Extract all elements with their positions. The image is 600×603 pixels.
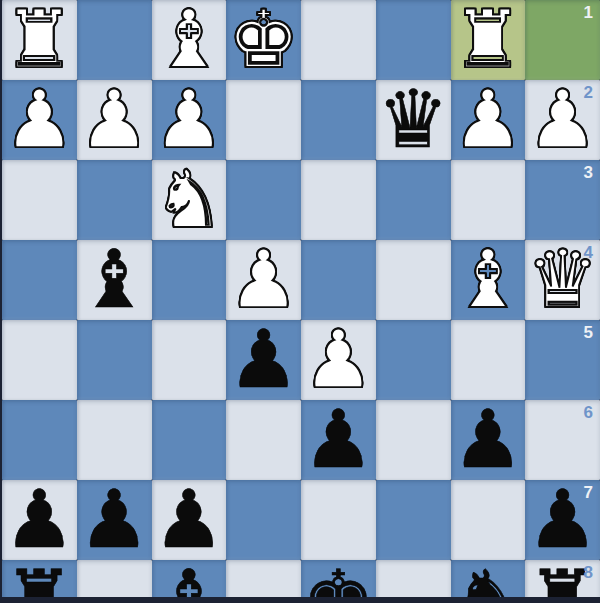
square-f4[interactable]	[152, 240, 227, 320]
square-b7[interactable]	[451, 480, 526, 560]
piece-black-pawn[interactable]: ♟	[4, 480, 76, 560]
square-g3[interactable]	[77, 160, 152, 240]
square-e4[interactable]: ♟	[226, 240, 301, 320]
square-d5[interactable]: ♟	[301, 320, 376, 400]
piece-black-pawn[interactable]: ♟	[78, 480, 150, 560]
square-b2[interactable]: ♟	[451, 80, 526, 160]
piece-white-pawn[interactable]: ♟	[452, 80, 524, 160]
piece-white-rook[interactable]: ♜	[4, 0, 76, 80]
square-c7[interactable]	[376, 480, 451, 560]
piece-black-queen[interactable]: ♛	[377, 80, 449, 160]
square-a3[interactable]: 3	[525, 160, 600, 240]
square-e2[interactable]	[226, 80, 301, 160]
rank-label-3: 3	[584, 164, 593, 181]
square-d2[interactable]	[301, 80, 376, 160]
square-b6[interactable]: ♟	[451, 400, 526, 480]
square-f7[interactable]: ♟	[152, 480, 227, 560]
square-h5[interactable]	[2, 320, 77, 400]
square-d1[interactable]	[301, 0, 376, 80]
piece-white-knight[interactable]: ♞	[153, 160, 225, 240]
square-e3[interactable]	[226, 160, 301, 240]
square-f5[interactable]	[152, 320, 227, 400]
piece-black-pawn[interactable]: ♟	[303, 400, 375, 480]
square-b5[interactable]	[451, 320, 526, 400]
square-a5[interactable]: 5	[525, 320, 600, 400]
piece-white-bishop[interactable]: ♝	[452, 240, 524, 320]
square-h2[interactable]: ♟	[2, 80, 77, 160]
square-f2[interactable]: ♟	[152, 80, 227, 160]
square-a4[interactable]: ♛4	[525, 240, 600, 320]
square-b4[interactable]: ♝	[451, 240, 526, 320]
piece-black-pawn[interactable]: ♟	[153, 480, 225, 560]
piece-white-pawn[interactable]: ♟	[4, 80, 76, 160]
board-bottom-edge	[0, 597, 600, 603]
square-c2[interactable]: ♛	[376, 80, 451, 160]
square-h7[interactable]: ♟	[2, 480, 77, 560]
square-e6[interactable]	[226, 400, 301, 480]
square-h4[interactable]	[2, 240, 77, 320]
piece-white-rook[interactable]: ♜	[452, 0, 524, 80]
piece-white-pawn[interactable]: ♟	[153, 80, 225, 160]
square-c3[interactable]	[376, 160, 451, 240]
square-g5[interactable]	[77, 320, 152, 400]
square-e1[interactable]: ♚	[226, 0, 301, 80]
rank-label-7: 7	[584, 484, 593, 501]
square-c1[interactable]	[376, 0, 451, 80]
rank-label-1: 1	[584, 4, 593, 21]
rank-label-8: 8	[584, 564, 593, 581]
rank-label-6: 6	[584, 404, 593, 421]
square-b3[interactable]	[451, 160, 526, 240]
square-d7[interactable]	[301, 480, 376, 560]
square-a1[interactable]: 1	[525, 0, 600, 80]
square-g2[interactable]: ♟	[77, 80, 152, 160]
piece-white-pawn[interactable]: ♟	[78, 80, 150, 160]
chess-board: ♜♝♚♜1♟♟♟♛♟♟2♞3♝♟♝♛4♟♟5♟♟6♟♟♟♟7♜hg♝fe♚dc♞…	[2, 0, 600, 597]
square-f6[interactable]	[152, 400, 227, 480]
square-a2[interactable]: ♟2	[525, 80, 600, 160]
square-a6[interactable]: 6	[525, 400, 600, 480]
square-e7[interactable]	[226, 480, 301, 560]
square-c4[interactable]	[376, 240, 451, 320]
piece-black-bishop[interactable]: ♝	[78, 240, 150, 320]
square-b1[interactable]: ♜	[451, 0, 526, 80]
square-c6[interactable]	[376, 400, 451, 480]
piece-white-bishop[interactable]: ♝	[153, 0, 225, 80]
piece-black-pawn[interactable]: ♟	[228, 320, 300, 400]
square-c5[interactable]	[376, 320, 451, 400]
piece-black-pawn[interactable]: ♟	[452, 400, 524, 480]
square-g7[interactable]: ♟	[77, 480, 152, 560]
square-d6[interactable]: ♟	[301, 400, 376, 480]
square-g4[interactable]: ♝	[77, 240, 152, 320]
square-d3[interactable]	[301, 160, 376, 240]
piece-white-king[interactable]: ♚	[228, 0, 300, 80]
square-f1[interactable]: ♝	[152, 0, 227, 80]
square-h3[interactable]	[2, 160, 77, 240]
square-d4[interactable]	[301, 240, 376, 320]
chess-app-window: ♜♝♚♜1♟♟♟♛♟♟2♞3♝♟♝♛4♟♟5♟♟6♟♟♟♟7♜hg♝fe♚dc♞…	[0, 0, 600, 603]
rank-label-4: 4	[584, 244, 593, 261]
square-f3[interactable]: ♞	[152, 160, 227, 240]
rank-label-2: 2	[584, 84, 593, 101]
square-g1[interactable]	[77, 0, 152, 80]
piece-white-pawn[interactable]: ♟	[228, 240, 300, 320]
square-h1[interactable]: ♜	[2, 0, 77, 80]
square-g6[interactable]	[77, 400, 152, 480]
square-h6[interactable]	[2, 400, 77, 480]
square-a7[interactable]: ♟7	[525, 480, 600, 560]
rank-label-5: 5	[584, 324, 593, 341]
piece-white-pawn[interactable]: ♟	[303, 320, 375, 400]
square-e5[interactable]: ♟	[226, 320, 301, 400]
